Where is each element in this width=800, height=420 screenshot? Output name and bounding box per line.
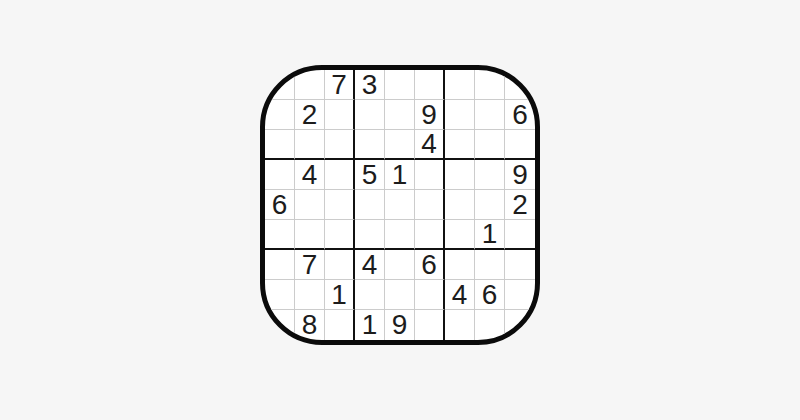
cell-r2c9: 6: [505, 100, 535, 130]
cell-r6c6: [415, 220, 445, 250]
cell-r7c9: [505, 250, 535, 280]
cell-r6c9: [505, 220, 535, 250]
cell-r5c9: 2: [505, 190, 535, 220]
cell-r5c8: [475, 190, 505, 220]
cell-r5c2: [295, 190, 325, 220]
cell-r9c1: [265, 310, 295, 340]
cell-r9c8: [475, 310, 505, 340]
cell-r6c8: 1: [475, 220, 505, 250]
cell-r1c8: [475, 70, 505, 100]
cell-r8c8: 6: [475, 280, 505, 310]
cell-r1c2: [295, 70, 325, 100]
cell-r3c5: [385, 130, 415, 160]
cell-r7c2: 7: [295, 250, 325, 280]
cell-r6c4: [355, 220, 385, 250]
cell-r3c9: [505, 130, 535, 160]
cell-r8c7: 4: [445, 280, 475, 310]
cell-r1c1: [265, 70, 295, 100]
cell-r7c3: [325, 250, 355, 280]
cell-r2c5: [385, 100, 415, 130]
cell-r4c7: [445, 160, 475, 190]
cell-r5c3: [325, 190, 355, 220]
cell-r8c5: [385, 280, 415, 310]
cell-r7c4: 4: [355, 250, 385, 280]
cell-r2c1: [265, 100, 295, 130]
cell-r2c6: 9: [415, 100, 445, 130]
cell-r5c4: [355, 190, 385, 220]
cell-r6c3: [325, 220, 355, 250]
cell-r5c1: 6: [265, 190, 295, 220]
cell-r2c8: [475, 100, 505, 130]
cell-r2c3: [325, 100, 355, 130]
cell-r4c2: 4: [295, 160, 325, 190]
cell-r2c4: [355, 100, 385, 130]
sudoku-app-icon[interactable]: 7329644519621746146819: [260, 65, 540, 345]
cell-r7c6: 6: [415, 250, 445, 280]
cell-r5c7: [445, 190, 475, 220]
cell-r4c3: [325, 160, 355, 190]
cell-r4c4: 5: [355, 160, 385, 190]
cell-r1c9: [505, 70, 535, 100]
sudoku-board: 7329644519621746146819: [265, 70, 535, 340]
cell-r8c3: 1: [325, 280, 355, 310]
cell-r9c2: 8: [295, 310, 325, 340]
cell-r6c2: [295, 220, 325, 250]
cell-r8c4: [355, 280, 385, 310]
cell-r3c7: [445, 130, 475, 160]
cell-r6c5: [385, 220, 415, 250]
cell-r3c1: [265, 130, 295, 160]
cell-r7c7: [445, 250, 475, 280]
cell-r4c6: [415, 160, 445, 190]
cell-r7c5: [385, 250, 415, 280]
cell-r5c5: [385, 190, 415, 220]
cell-r1c4: 3: [355, 70, 385, 100]
cell-r1c5: [385, 70, 415, 100]
cell-r5c6: [415, 190, 445, 220]
cell-r4c8: [475, 160, 505, 190]
cell-r1c3: 7: [325, 70, 355, 100]
cell-r4c1: [265, 160, 295, 190]
cell-r9c3: [325, 310, 355, 340]
cell-r3c3: [325, 130, 355, 160]
cell-r8c9: [505, 280, 535, 310]
cell-r3c2: [295, 130, 325, 160]
cell-r3c8: [475, 130, 505, 160]
cell-r7c8: [475, 250, 505, 280]
cell-r8c6: [415, 280, 445, 310]
cell-r1c7: [445, 70, 475, 100]
cell-r8c2: [295, 280, 325, 310]
cell-r3c6: 4: [415, 130, 445, 160]
cell-r4c9: 9: [505, 160, 535, 190]
cell-r7c1: [265, 250, 295, 280]
cell-r1c6: [415, 70, 445, 100]
cell-r4c5: 1: [385, 160, 415, 190]
cell-r9c4: 1: [355, 310, 385, 340]
cell-r6c1: [265, 220, 295, 250]
screenshot-stage: 7329644519621746146819: [0, 0, 800, 420]
cell-r2c7: [445, 100, 475, 130]
cell-r9c9: [505, 310, 535, 340]
cell-r9c5: 9: [385, 310, 415, 340]
cell-r9c6: [415, 310, 445, 340]
cell-r2c2: 2: [295, 100, 325, 130]
cell-r9c7: [445, 310, 475, 340]
cell-r8c1: [265, 280, 295, 310]
cell-r6c7: [445, 220, 475, 250]
cell-r3c4: [355, 130, 385, 160]
